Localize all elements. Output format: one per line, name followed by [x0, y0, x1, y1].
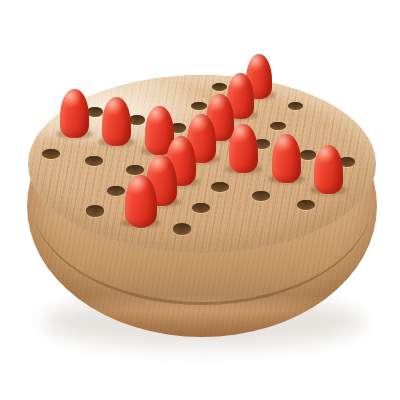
pegs-layer	[0, 0, 400, 400]
peg-r3c1[interactable]	[102, 97, 131, 146]
peg-r3c0[interactable]	[60, 89, 89, 138]
peg-r6c3[interactable]	[125, 175, 157, 227]
peg-r3c5[interactable]	[272, 134, 301, 183]
photo-stage	[0, 0, 400, 400]
peg-r3c6[interactable]	[314, 145, 343, 194]
peg-r3c4[interactable]	[229, 124, 258, 173]
